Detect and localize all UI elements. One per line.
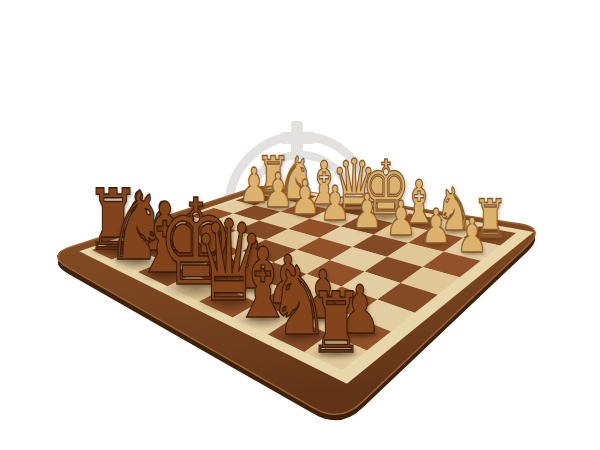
piece-white-pawn: ♟ <box>320 179 351 227</box>
piece-white-pawn: ♟ <box>352 187 383 235</box>
piece-layer: ♜♞♝♛♚♝♞♜♟♟♟♟♟♟♟♟♟♟♟♟♟♟♟♟♜♞♝♚♛♝♞♜ <box>0 0 600 450</box>
piece-white-pawn: ♟ <box>385 194 416 242</box>
piece-white-pawn: ♟ <box>457 211 488 259</box>
piece-white-pawn: ♟ <box>262 166 293 214</box>
piece-white-pawn: ♟ <box>420 202 451 250</box>
piece-white-pawn: ♟ <box>289 172 320 220</box>
chess-set-product-photo: ♜♞♝♛♚♝♞♜♟♟♟♟♟♟♟♟♟♟♟♟♟♟♟♟♜♞♝♚♛♝♞♜ <box>0 0 600 450</box>
piece-black-rook: ♜ <box>308 280 362 364</box>
